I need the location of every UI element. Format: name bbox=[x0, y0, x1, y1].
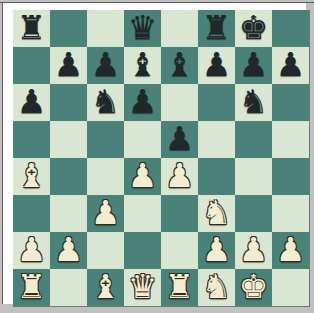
black-bishop-d7[interactable]: ♝ bbox=[124, 47, 161, 84]
square-f8[interactable]: ♜ bbox=[198, 10, 235, 47]
square-f3[interactable]: ♞ bbox=[198, 195, 235, 232]
square-h1[interactable] bbox=[272, 269, 309, 306]
black-pawn-f7[interactable]: ♟ bbox=[198, 47, 235, 84]
square-g7[interactable]: ♟ bbox=[235, 47, 272, 84]
square-g6[interactable]: ♞ bbox=[235, 84, 272, 121]
black-knight-g6[interactable]: ♞ bbox=[235, 84, 272, 121]
white-pawn-b2[interactable]: ♟ bbox=[50, 232, 87, 269]
board-margin-panel: ♜♛♜♚♟♟♝♝♟♟♟♟♞♟♞♟♝♟♟♟♞♟♟♟♟♟♜♝♛♜♞♚ bbox=[2, 3, 306, 304]
square-b1[interactable] bbox=[50, 269, 87, 306]
square-h7[interactable]: ♟ bbox=[272, 47, 309, 84]
black-pawn-a6[interactable]: ♟ bbox=[13, 84, 50, 121]
square-h8[interactable] bbox=[272, 10, 309, 47]
black-pawn-b7[interactable]: ♟ bbox=[50, 47, 87, 84]
white-bishop-a4[interactable]: ♝ bbox=[13, 158, 50, 195]
black-rook-a8[interactable]: ♜ bbox=[13, 10, 50, 47]
white-pawn-f2[interactable]: ♟ bbox=[198, 232, 235, 269]
white-pawn-g2[interactable]: ♟ bbox=[235, 232, 272, 269]
square-d6[interactable]: ♟ bbox=[124, 84, 161, 121]
window-frame: ♜♛♜♚♟♟♝♝♟♟♟♟♞♟♞♟♝♟♟♟♞♟♟♟♟♟♜♝♛♜♞♚ bbox=[0, 0, 314, 313]
square-f1[interactable]: ♞ bbox=[198, 269, 235, 306]
square-g2[interactable]: ♟ bbox=[235, 232, 272, 269]
square-d7[interactable]: ♝ bbox=[124, 47, 161, 84]
square-e7[interactable]: ♝ bbox=[161, 47, 198, 84]
square-e5[interactable]: ♟ bbox=[161, 121, 198, 158]
white-pawn-h2[interactable]: ♟ bbox=[272, 232, 309, 269]
square-d3[interactable] bbox=[124, 195, 161, 232]
square-d4[interactable]: ♟ bbox=[124, 158, 161, 195]
square-e8[interactable] bbox=[161, 10, 198, 47]
square-d8[interactable]: ♛ bbox=[124, 10, 161, 47]
square-b8[interactable] bbox=[50, 10, 87, 47]
white-pawn-d4[interactable]: ♟ bbox=[124, 158, 161, 195]
square-a4[interactable]: ♝ bbox=[13, 158, 50, 195]
square-h2[interactable]: ♟ bbox=[272, 232, 309, 269]
square-a5[interactable] bbox=[13, 121, 50, 158]
white-rook-a1[interactable]: ♜ bbox=[13, 269, 50, 306]
square-b2[interactable]: ♟ bbox=[50, 232, 87, 269]
square-b5[interactable] bbox=[50, 121, 87, 158]
square-e3[interactable] bbox=[161, 195, 198, 232]
square-a6[interactable]: ♟ bbox=[13, 84, 50, 121]
white-pawn-a2[interactable]: ♟ bbox=[13, 232, 50, 269]
square-e6[interactable] bbox=[161, 84, 198, 121]
square-f4[interactable] bbox=[198, 158, 235, 195]
square-c6[interactable]: ♞ bbox=[87, 84, 124, 121]
white-queen-d1[interactable]: ♛ bbox=[124, 269, 161, 306]
black-bishop-e7[interactable]: ♝ bbox=[161, 47, 198, 84]
square-g1[interactable]: ♚ bbox=[235, 269, 272, 306]
square-h3[interactable] bbox=[272, 195, 309, 232]
square-h4[interactable] bbox=[272, 158, 309, 195]
black-pawn-g7[interactable]: ♟ bbox=[235, 47, 272, 84]
square-g5[interactable] bbox=[235, 121, 272, 158]
square-b6[interactable] bbox=[50, 84, 87, 121]
black-knight-c6[interactable]: ♞ bbox=[87, 84, 124, 121]
chess-board: ♜♛♜♚♟♟♝♝♟♟♟♟♞♟♞♟♝♟♟♟♞♟♟♟♟♟♜♝♛♜♞♚ bbox=[13, 10, 310, 307]
white-bishop-c1[interactable]: ♝ bbox=[87, 269, 124, 306]
white-knight-f3[interactable]: ♞ bbox=[198, 195, 235, 232]
square-g3[interactable] bbox=[235, 195, 272, 232]
square-c2[interactable] bbox=[87, 232, 124, 269]
square-g8[interactable]: ♚ bbox=[235, 10, 272, 47]
black-pawn-e5[interactable]: ♟ bbox=[161, 121, 198, 158]
square-c5[interactable] bbox=[87, 121, 124, 158]
square-f7[interactable]: ♟ bbox=[198, 47, 235, 84]
square-e2[interactable] bbox=[161, 232, 198, 269]
square-h6[interactable] bbox=[272, 84, 309, 121]
square-f5[interactable] bbox=[198, 121, 235, 158]
white-pawn-c3[interactable]: ♟ bbox=[87, 195, 124, 232]
square-d1[interactable]: ♛ bbox=[124, 269, 161, 306]
square-g4[interactable] bbox=[235, 158, 272, 195]
square-c8[interactable] bbox=[87, 10, 124, 47]
black-pawn-h7[interactable]: ♟ bbox=[272, 47, 309, 84]
black-rook-f8[interactable]: ♜ bbox=[198, 10, 235, 47]
white-king-g1[interactable]: ♚ bbox=[235, 269, 272, 306]
square-b7[interactable]: ♟ bbox=[50, 47, 87, 84]
black-pawn-d6[interactable]: ♟ bbox=[124, 84, 161, 121]
square-a3[interactable] bbox=[13, 195, 50, 232]
square-h5[interactable] bbox=[272, 121, 309, 158]
black-queen-d8[interactable]: ♛ bbox=[124, 10, 161, 47]
square-d5[interactable] bbox=[124, 121, 161, 158]
square-c3[interactable]: ♟ bbox=[87, 195, 124, 232]
square-c1[interactable]: ♝ bbox=[87, 269, 124, 306]
white-knight-f1[interactable]: ♞ bbox=[198, 269, 235, 306]
square-c4[interactable] bbox=[87, 158, 124, 195]
square-c7[interactable]: ♟ bbox=[87, 47, 124, 84]
white-pawn-e4[interactable]: ♟ bbox=[161, 158, 198, 195]
square-a2[interactable]: ♟ bbox=[13, 232, 50, 269]
white-rook-e1[interactable]: ♜ bbox=[161, 269, 198, 306]
square-b4[interactable] bbox=[50, 158, 87, 195]
black-king-g8[interactable]: ♚ bbox=[235, 10, 272, 47]
black-pawn-c7[interactable]: ♟ bbox=[87, 47, 124, 84]
square-a7[interactable] bbox=[13, 47, 50, 84]
square-f6[interactable] bbox=[198, 84, 235, 121]
square-b3[interactable] bbox=[50, 195, 87, 232]
square-a8[interactable]: ♜ bbox=[13, 10, 50, 47]
square-d2[interactable] bbox=[124, 232, 161, 269]
square-a1[interactable]: ♜ bbox=[13, 269, 50, 306]
square-e4[interactable]: ♟ bbox=[161, 158, 198, 195]
square-e1[interactable]: ♜ bbox=[161, 269, 198, 306]
square-f2[interactable]: ♟ bbox=[198, 232, 235, 269]
